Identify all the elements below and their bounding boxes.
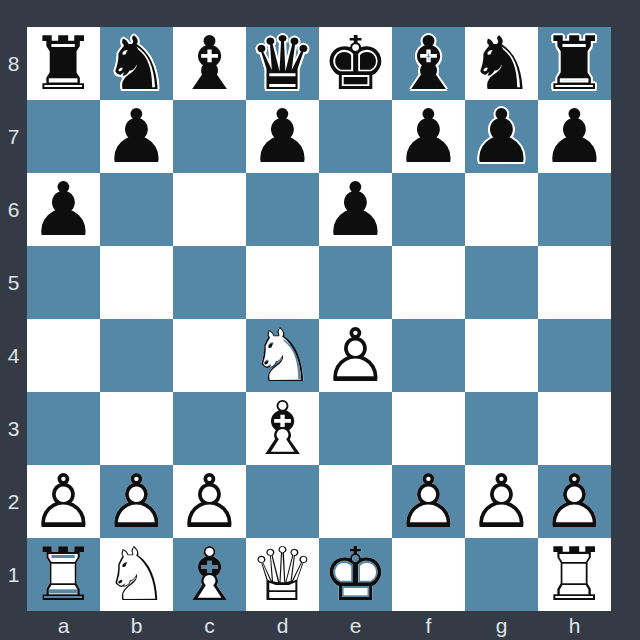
piece-glyph: ♟ — [27, 173, 100, 246]
square-e1[interactable]: ♚♔ — [319, 538, 392, 611]
piece-glyph-underlayer: ♛ — [246, 538, 319, 611]
piece-white-knight[interactable]: ♞♘ — [246, 319, 319, 392]
square-e7[interactable] — [319, 100, 392, 173]
piece-black-bishop[interactable]: ♗♝ — [173, 27, 246, 100]
square-d8[interactable]: ♕♛ — [246, 27, 319, 100]
piece-glyph: ♞ — [100, 27, 173, 100]
square-g5[interactable] — [465, 246, 538, 319]
piece-glyph-underlayer: ♘ — [100, 27, 173, 100]
square-g2[interactable]: ♟♙ — [465, 465, 538, 538]
piece-glyph-underlayer: ♖ — [538, 27, 611, 100]
square-a7[interactable] — [27, 100, 100, 173]
piece-glyph-underlayer: ♙ — [100, 100, 173, 173]
piece-glyph-underlayer: ♟ — [173, 465, 246, 538]
square-a2[interactable]: ♟♙ — [27, 465, 100, 538]
square-h2[interactable]: ♟♙ — [538, 465, 611, 538]
piece-glyph-underlayer: ♘ — [465, 27, 538, 100]
square-c4[interactable] — [173, 319, 246, 392]
rank-label-3: 3 — [0, 392, 27, 465]
piece-glyph: ♙ — [27, 465, 100, 538]
piece-glyph-underlayer: ♕ — [246, 27, 319, 100]
piece-glyph-underlayer: ♟ — [538, 465, 611, 538]
piece-glyph: ♜ — [538, 27, 611, 100]
square-c5[interactable] — [173, 246, 246, 319]
square-a6[interactable]: ♙♟ — [27, 173, 100, 246]
piece-white-pawn[interactable]: ♟♙ — [100, 465, 173, 538]
piece-glyph-underlayer: ♜ — [538, 538, 611, 611]
piece-glyph-underlayer: ♟ — [319, 319, 392, 392]
file-label-g: g — [465, 611, 538, 640]
square-c6[interactable] — [173, 173, 246, 246]
piece-glyph-underlayer: ♟ — [27, 465, 100, 538]
file-label-c: c — [173, 611, 246, 640]
piece-glyph-underlayer: ♟ — [100, 465, 173, 538]
piece-glyph: ♟ — [538, 100, 611, 173]
square-g7[interactable]: ♙♟ — [465, 100, 538, 173]
square-d3[interactable]: ♝♗ — [246, 392, 319, 465]
piece-black-knight[interactable]: ♘♞ — [465, 27, 538, 100]
square-f7[interactable]: ♙♟ — [392, 100, 465, 173]
rank-label-4: 4 — [0, 319, 27, 392]
square-b8[interactable]: ♘♞ — [100, 27, 173, 100]
rank-label-1: 1 — [0, 538, 27, 611]
square-h8[interactable]: ♖♜ — [538, 27, 611, 100]
piece-white-rook[interactable]: ♜♖ — [27, 538, 100, 611]
piece-glyph-underlayer: ♙ — [319, 173, 392, 246]
piece-glyph: ♟ — [465, 100, 538, 173]
piece-glyph: ♜ — [27, 27, 100, 100]
file-label-d: d — [246, 611, 319, 640]
square-h3[interactable] — [538, 392, 611, 465]
rank-label-8: 8 — [0, 27, 27, 100]
square-g1[interactable] — [465, 538, 538, 611]
square-d7[interactable]: ♙♟ — [246, 100, 319, 173]
piece-glyph-underlayer: ♙ — [27, 173, 100, 246]
square-c7[interactable] — [173, 100, 246, 173]
rank-label-7: 7 — [0, 100, 27, 173]
square-d4[interactable]: ♞♘ — [246, 319, 319, 392]
piece-black-knight[interactable]: ♘♞ — [100, 27, 173, 100]
square-g4[interactable] — [465, 319, 538, 392]
piece-glyph: ♚ — [319, 27, 392, 100]
piece-glyph-underlayer: ♙ — [538, 100, 611, 173]
file-label-e: e — [319, 611, 392, 640]
piece-glyph-underlayer: ♙ — [465, 100, 538, 173]
square-d5[interactable] — [246, 246, 319, 319]
square-a5[interactable] — [27, 246, 100, 319]
piece-glyph: ♝ — [392, 27, 465, 100]
piece-white-bishop[interactable]: ♝♗ — [246, 392, 319, 465]
square-c3[interactable] — [173, 392, 246, 465]
piece-white-bishop[interactable]: ♝♗ — [173, 538, 246, 611]
square-c1[interactable]: ♝♗ — [173, 538, 246, 611]
piece-glyph-underlayer: ♟ — [465, 465, 538, 538]
piece-white-pawn[interactable]: ♟♙ — [392, 465, 465, 538]
piece-glyph: ♕ — [246, 538, 319, 611]
square-h1[interactable]: ♜♖ — [538, 538, 611, 611]
piece-glyph: ♔ — [319, 538, 392, 611]
piece-glyph-underlayer: ♞ — [100, 538, 173, 611]
square-f4[interactable] — [392, 319, 465, 392]
square-b6[interactable] — [100, 173, 173, 246]
square-f6[interactable] — [392, 173, 465, 246]
square-f1[interactable] — [392, 538, 465, 611]
file-label-b: b — [100, 611, 173, 640]
piece-glyph-underlayer: ♙ — [246, 100, 319, 173]
square-b4[interactable] — [100, 319, 173, 392]
piece-glyph: ♙ — [538, 465, 611, 538]
piece-glyph: ♟ — [392, 100, 465, 173]
square-h7[interactable]: ♙♟ — [538, 100, 611, 173]
square-e8[interactable]: ♔♚ — [319, 27, 392, 100]
square-e2[interactable] — [319, 465, 392, 538]
square-b7[interactable]: ♙♟ — [100, 100, 173, 173]
piece-glyph-underlayer: ♗ — [392, 27, 465, 100]
piece-white-rook[interactable]: ♜♖ — [538, 538, 611, 611]
piece-black-pawn[interactable]: ♙♟ — [392, 100, 465, 173]
piece-glyph-underlayer: ♙ — [392, 100, 465, 173]
piece-black-pawn[interactable]: ♙♟ — [538, 100, 611, 173]
square-b3[interactable] — [100, 392, 173, 465]
rank-label-6: 6 — [0, 173, 27, 246]
piece-glyph: ♙ — [392, 465, 465, 538]
square-c2[interactable]: ♟♙ — [173, 465, 246, 538]
piece-black-king[interactable]: ♔♚ — [319, 27, 392, 100]
piece-glyph-underlayer: ♝ — [246, 392, 319, 465]
square-e4[interactable]: ♟♙ — [319, 319, 392, 392]
piece-glyph: ♘ — [246, 319, 319, 392]
square-f8[interactable]: ♗♝ — [392, 27, 465, 100]
piece-glyph: ♖ — [27, 538, 100, 611]
piece-black-pawn[interactable]: ♙♟ — [465, 100, 538, 173]
piece-black-pawn[interactable]: ♙♟ — [246, 100, 319, 173]
piece-glyph-underlayer: ♝ — [173, 538, 246, 611]
square-e3[interactable] — [319, 392, 392, 465]
piece-glyph-underlayer: ♔ — [319, 27, 392, 100]
square-f5[interactable] — [392, 246, 465, 319]
square-a4[interactable] — [27, 319, 100, 392]
square-h5[interactable] — [538, 246, 611, 319]
rank-label-2: 2 — [0, 465, 27, 538]
square-d1[interactable]: ♛♕ — [246, 538, 319, 611]
piece-glyph-underlayer: ♚ — [319, 538, 392, 611]
chess-app-background: ♖♜♘♞♗♝♕♛♔♚♗♝♘♞♖♜♙♟♙♟♙♟♙♟♙♟♙♟♙♟♞♘♟♙♝♗♟♙♟♙… — [0, 0, 640, 640]
piece-glyph: ♟ — [100, 100, 173, 173]
piece-glyph: ♞ — [465, 27, 538, 100]
piece-white-king[interactable]: ♚♔ — [319, 538, 392, 611]
square-c8[interactable]: ♗♝ — [173, 27, 246, 100]
piece-glyph: ♘ — [100, 538, 173, 611]
piece-glyph: ♙ — [319, 319, 392, 392]
piece-black-queen[interactable]: ♕♛ — [246, 27, 319, 100]
square-a3[interactable] — [27, 392, 100, 465]
piece-black-rook[interactable]: ♖♜ — [538, 27, 611, 100]
piece-black-rook[interactable]: ♖♜ — [27, 27, 100, 100]
piece-white-knight[interactable]: ♞♘ — [100, 538, 173, 611]
square-f3[interactable] — [392, 392, 465, 465]
square-a1[interactable]: ♜♖ — [27, 538, 100, 611]
square-h6[interactable] — [538, 173, 611, 246]
piece-white-pawn[interactable]: ♟♙ — [319, 319, 392, 392]
piece-glyph-underlayer: ♞ — [246, 319, 319, 392]
piece-glyph: ♗ — [246, 392, 319, 465]
square-f2[interactable]: ♟♙ — [392, 465, 465, 538]
piece-black-pawn[interactable]: ♙♟ — [319, 173, 392, 246]
piece-white-pawn[interactable]: ♟♙ — [465, 465, 538, 538]
piece-white-pawn[interactable]: ♟♙ — [27, 465, 100, 538]
square-a8[interactable]: ♖♜ — [27, 27, 100, 100]
square-g3[interactable] — [465, 392, 538, 465]
piece-glyph: ♖ — [538, 538, 611, 611]
square-d2[interactable] — [246, 465, 319, 538]
square-g6[interactable] — [465, 173, 538, 246]
file-label-h: h — [538, 611, 611, 640]
piece-black-bishop[interactable]: ♗♝ — [392, 27, 465, 100]
square-h4[interactable] — [538, 319, 611, 392]
chessboard: ♖♜♘♞♗♝♕♛♔♚♗♝♘♞♖♜♙♟♙♟♙♟♙♟♙♟♙♟♙♟♞♘♟♙♝♗♟♙♟♙… — [27, 27, 611, 611]
square-e5[interactable] — [319, 246, 392, 319]
square-e6[interactable]: ♙♟ — [319, 173, 392, 246]
piece-glyph-underlayer: ♗ — [173, 27, 246, 100]
piece-glyph: ♟ — [319, 173, 392, 246]
piece-white-queen[interactable]: ♛♕ — [246, 538, 319, 611]
square-d6[interactable] — [246, 173, 319, 246]
piece-white-pawn[interactable]: ♟♙ — [173, 465, 246, 538]
piece-glyph: ♛ — [246, 27, 319, 100]
rank-label-5: 5 — [0, 246, 27, 319]
piece-glyph: ♗ — [173, 538, 246, 611]
piece-black-pawn[interactable]: ♙♟ — [27, 173, 100, 246]
piece-glyph: ♙ — [100, 465, 173, 538]
piece-glyph: ♟ — [246, 100, 319, 173]
piece-glyph-underlayer: ♖ — [27, 27, 100, 100]
piece-glyph-underlayer: ♟ — [392, 465, 465, 538]
file-label-f: f — [392, 611, 465, 640]
piece-glyph: ♙ — [465, 465, 538, 538]
square-b5[interactable] — [100, 246, 173, 319]
square-g8[interactable]: ♘♞ — [465, 27, 538, 100]
square-b2[interactable]: ♟♙ — [100, 465, 173, 538]
piece-white-pawn[interactable]: ♟♙ — [538, 465, 611, 538]
piece-glyph-underlayer: ♜ — [27, 538, 100, 611]
file-label-a: a — [27, 611, 100, 640]
piece-glyph: ♝ — [173, 27, 246, 100]
piece-black-pawn[interactable]: ♙♟ — [100, 100, 173, 173]
square-b1[interactable]: ♞♘ — [100, 538, 173, 611]
piece-glyph: ♙ — [173, 465, 246, 538]
